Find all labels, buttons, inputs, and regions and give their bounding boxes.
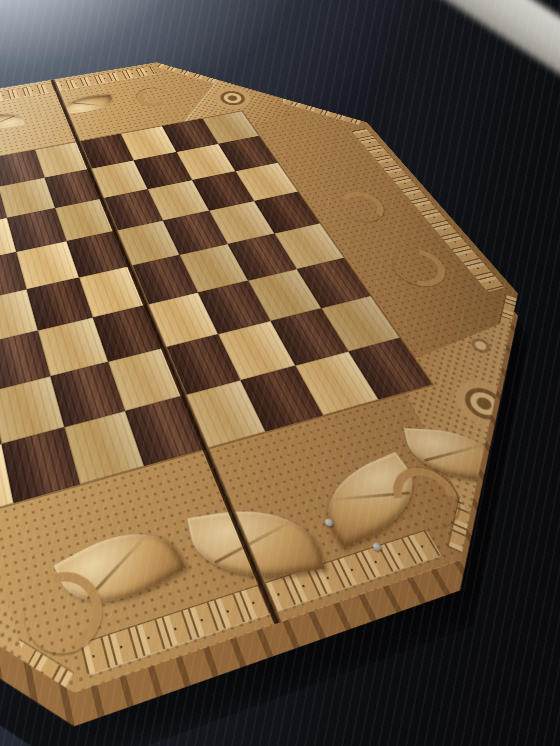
carved-scroll-ornament bbox=[382, 243, 456, 293]
carved-leaf-ornament bbox=[0, 111, 25, 133]
carved-scroll-ornament bbox=[333, 190, 390, 223]
carved-scroll-ornament bbox=[136, 88, 168, 107]
carved-leaf-ornament bbox=[65, 95, 113, 113]
table-surface bbox=[0, 0, 560, 746]
blurred-object-reflection bbox=[422, 0, 560, 80]
chessboard bbox=[0, 39, 560, 746]
chessboard-grid[interactable] bbox=[0, 111, 432, 523]
